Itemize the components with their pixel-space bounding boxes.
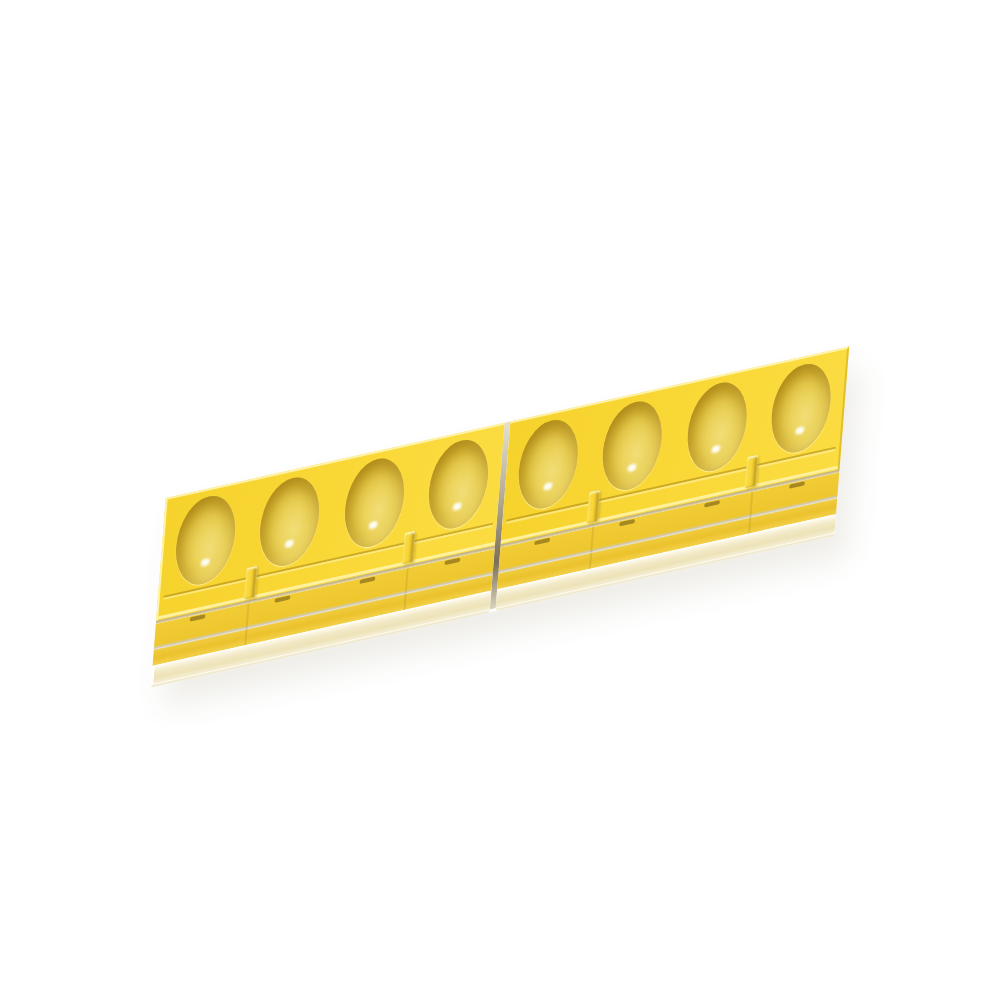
front-face-seam xyxy=(244,603,249,645)
front-face-seam xyxy=(589,527,594,569)
cavity-highlight xyxy=(711,445,720,454)
cavity-highlight xyxy=(369,521,378,530)
cavity-highlight xyxy=(200,558,209,567)
cavity-highlight xyxy=(627,464,636,473)
mold-cavity xyxy=(173,490,238,591)
mold-cavity xyxy=(516,414,581,515)
front-face-seam xyxy=(403,568,408,610)
stick-slot-notch xyxy=(619,519,635,527)
cavity-highlight xyxy=(284,540,293,549)
mold-cavity xyxy=(341,453,406,554)
mold-cavity xyxy=(768,358,833,459)
product-photo xyxy=(0,0,1000,1000)
stick-slot-notch xyxy=(535,538,551,546)
stick-slot-notch xyxy=(789,481,805,489)
cavity-highlight xyxy=(795,426,804,435)
mold-unit xyxy=(151,423,505,688)
stick-slot-notch xyxy=(704,500,720,508)
mold-cavity xyxy=(684,377,749,478)
mold-cavity xyxy=(426,434,491,535)
mold-cavity xyxy=(600,395,665,496)
stick-slot-notch xyxy=(444,558,460,566)
cavity-highlight xyxy=(543,482,552,491)
mold-unit xyxy=(495,346,849,611)
stick-slot-notch xyxy=(275,595,291,603)
mold-cavity xyxy=(257,471,322,572)
cavity-highlight xyxy=(453,502,462,511)
front-face-seam xyxy=(748,492,753,534)
stick-slot-notch xyxy=(359,576,375,584)
ice-pop-mold-tray xyxy=(151,346,849,687)
stick-slot-notch xyxy=(190,614,206,622)
